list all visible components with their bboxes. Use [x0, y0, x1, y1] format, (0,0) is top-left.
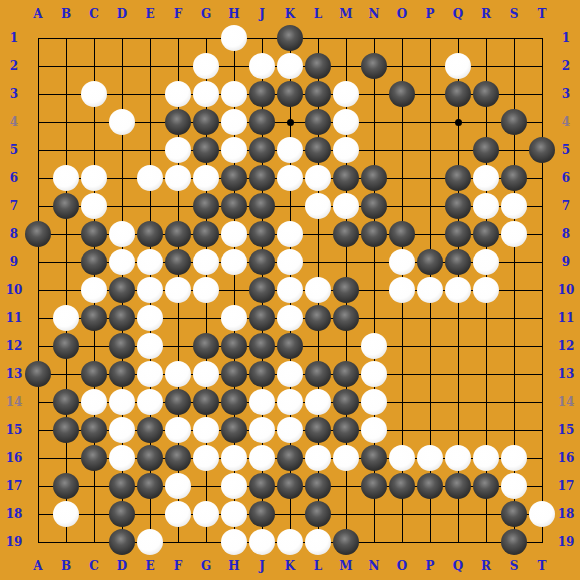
intersection-S19[interactable]: [500, 528, 528, 556]
intersection-O3[interactable]: [388, 80, 416, 108]
intersection-D12[interactable]: [108, 332, 136, 360]
intersection-R9[interactable]: [472, 248, 500, 276]
intersection-B3[interactable]: [52, 80, 80, 108]
intersection-E15[interactable]: [136, 416, 164, 444]
intersection-G4[interactable]: [192, 108, 220, 136]
intersection-Q1[interactable]: [444, 24, 472, 52]
intersection-K18[interactable]: [276, 500, 304, 528]
intersection-A4[interactable]: [24, 108, 52, 136]
intersection-L16[interactable]: [304, 444, 332, 472]
intersection-R7[interactable]: [472, 192, 500, 220]
intersection-P2[interactable]: [416, 52, 444, 80]
intersection-H3[interactable]: [220, 80, 248, 108]
intersection-K2[interactable]: [276, 52, 304, 80]
intersection-Q8[interactable]: [444, 220, 472, 248]
intersection-C10[interactable]: [80, 276, 108, 304]
intersection-R17[interactable]: [472, 472, 500, 500]
intersection-S7[interactable]: [500, 192, 528, 220]
intersection-B14[interactable]: [52, 388, 80, 416]
intersection-M18[interactable]: [332, 500, 360, 528]
intersection-C17[interactable]: [80, 472, 108, 500]
intersection-E14[interactable]: [136, 388, 164, 416]
intersection-N7[interactable]: [360, 192, 388, 220]
intersection-S12[interactable]: [500, 332, 528, 360]
intersection-L6[interactable]: [304, 164, 332, 192]
intersection-O13[interactable]: [388, 360, 416, 388]
intersection-R3[interactable]: [472, 80, 500, 108]
intersection-L7[interactable]: [304, 192, 332, 220]
intersection-G16[interactable]: [192, 444, 220, 472]
intersection-R11[interactable]: [472, 304, 500, 332]
intersection-H2[interactable]: [220, 52, 248, 80]
intersection-M19[interactable]: [332, 528, 360, 556]
intersection-S3[interactable]: [500, 80, 528, 108]
intersection-Q17[interactable]: [444, 472, 472, 500]
intersection-J7[interactable]: [248, 192, 276, 220]
intersection-A14[interactable]: [24, 388, 52, 416]
intersection-C16[interactable]: [80, 444, 108, 472]
intersection-C9[interactable]: [80, 248, 108, 276]
intersection-M6[interactable]: [332, 164, 360, 192]
intersection-E5[interactable]: [136, 136, 164, 164]
intersection-T13[interactable]: [528, 360, 556, 388]
intersection-F4[interactable]: [164, 108, 192, 136]
intersection-P8[interactable]: [416, 220, 444, 248]
intersection-G8[interactable]: [192, 220, 220, 248]
intersection-Q5[interactable]: [444, 136, 472, 164]
intersection-N9[interactable]: [360, 248, 388, 276]
intersection-F6[interactable]: [164, 164, 192, 192]
intersection-B16[interactable]: [52, 444, 80, 472]
intersection-H9[interactable]: [220, 248, 248, 276]
intersection-M3[interactable]: [332, 80, 360, 108]
intersection-B1[interactable]: [52, 24, 80, 52]
intersection-G13[interactable]: [192, 360, 220, 388]
intersection-A6[interactable]: [24, 164, 52, 192]
intersection-L8[interactable]: [304, 220, 332, 248]
intersection-R1[interactable]: [472, 24, 500, 52]
intersection-T17[interactable]: [528, 472, 556, 500]
intersection-R2[interactable]: [472, 52, 500, 80]
intersection-D13[interactable]: [108, 360, 136, 388]
intersection-T14[interactable]: [528, 388, 556, 416]
intersection-C12[interactable]: [80, 332, 108, 360]
intersection-Q11[interactable]: [444, 304, 472, 332]
intersection-H8[interactable]: [220, 220, 248, 248]
intersection-C6[interactable]: [80, 164, 108, 192]
intersection-G9[interactable]: [192, 248, 220, 276]
intersection-D3[interactable]: [108, 80, 136, 108]
intersection-K15[interactable]: [276, 416, 304, 444]
intersection-B5[interactable]: [52, 136, 80, 164]
intersection-B18[interactable]: [52, 500, 80, 528]
intersection-F1[interactable]: [164, 24, 192, 52]
intersection-T18[interactable]: [528, 500, 556, 528]
intersection-T19[interactable]: [528, 528, 556, 556]
intersection-G15[interactable]: [192, 416, 220, 444]
intersection-B12[interactable]: [52, 332, 80, 360]
intersection-M12[interactable]: [332, 332, 360, 360]
intersection-G7[interactable]: [192, 192, 220, 220]
intersection-R18[interactable]: [472, 500, 500, 528]
intersection-P1[interactable]: [416, 24, 444, 52]
intersection-A1[interactable]: [24, 24, 52, 52]
intersection-J17[interactable]: [248, 472, 276, 500]
intersection-P19[interactable]: [416, 528, 444, 556]
intersection-T4[interactable]: [528, 108, 556, 136]
intersection-F11[interactable]: [164, 304, 192, 332]
intersection-F10[interactable]: [164, 276, 192, 304]
intersection-P15[interactable]: [416, 416, 444, 444]
intersection-L19[interactable]: [304, 528, 332, 556]
intersection-F8[interactable]: [164, 220, 192, 248]
intersection-L17[interactable]: [304, 472, 332, 500]
intersection-T3[interactable]: [528, 80, 556, 108]
intersection-J4[interactable]: [248, 108, 276, 136]
intersection-A10[interactable]: [24, 276, 52, 304]
intersection-H10[interactable]: [220, 276, 248, 304]
intersection-A17[interactable]: [24, 472, 52, 500]
intersection-A7[interactable]: [24, 192, 52, 220]
intersection-K8[interactable]: [276, 220, 304, 248]
intersection-K14[interactable]: [276, 388, 304, 416]
intersection-K5[interactable]: [276, 136, 304, 164]
intersection-F15[interactable]: [164, 416, 192, 444]
intersection-A8[interactable]: [24, 220, 52, 248]
intersection-N3[interactable]: [360, 80, 388, 108]
intersection-O12[interactable]: [388, 332, 416, 360]
intersection-Q3[interactable]: [444, 80, 472, 108]
intersection-G5[interactable]: [192, 136, 220, 164]
intersection-A5[interactable]: [24, 136, 52, 164]
intersection-M16[interactable]: [332, 444, 360, 472]
intersection-F17[interactable]: [164, 472, 192, 500]
intersection-P18[interactable]: [416, 500, 444, 528]
intersection-N8[interactable]: [360, 220, 388, 248]
intersection-B9[interactable]: [52, 248, 80, 276]
intersection-B19[interactable]: [52, 528, 80, 556]
intersection-K12[interactable]: [276, 332, 304, 360]
intersection-F16[interactable]: [164, 444, 192, 472]
intersection-Q16[interactable]: [444, 444, 472, 472]
intersection-O9[interactable]: [388, 248, 416, 276]
intersection-H13[interactable]: [220, 360, 248, 388]
intersection-D2[interactable]: [108, 52, 136, 80]
intersection-N10[interactable]: [360, 276, 388, 304]
intersection-J14[interactable]: [248, 388, 276, 416]
intersection-S11[interactable]: [500, 304, 528, 332]
intersection-B13[interactable]: [52, 360, 80, 388]
intersection-N18[interactable]: [360, 500, 388, 528]
intersection-H6[interactable]: [220, 164, 248, 192]
intersection-P5[interactable]: [416, 136, 444, 164]
intersection-F7[interactable]: [164, 192, 192, 220]
intersection-O7[interactable]: [388, 192, 416, 220]
intersection-S4[interactable]: [500, 108, 528, 136]
intersection-A18[interactable]: [24, 500, 52, 528]
intersection-P9[interactable]: [416, 248, 444, 276]
intersection-K10[interactable]: [276, 276, 304, 304]
intersection-O18[interactable]: [388, 500, 416, 528]
intersection-O6[interactable]: [388, 164, 416, 192]
intersection-D11[interactable]: [108, 304, 136, 332]
intersection-D4[interactable]: [108, 108, 136, 136]
intersection-A16[interactable]: [24, 444, 52, 472]
intersection-J3[interactable]: [248, 80, 276, 108]
intersection-L12[interactable]: [304, 332, 332, 360]
intersection-H15[interactable]: [220, 416, 248, 444]
intersection-O19[interactable]: [388, 528, 416, 556]
intersection-E8[interactable]: [136, 220, 164, 248]
intersection-G11[interactable]: [192, 304, 220, 332]
intersection-L11[interactable]: [304, 304, 332, 332]
intersection-F13[interactable]: [164, 360, 192, 388]
intersection-R14[interactable]: [472, 388, 500, 416]
intersection-B4[interactable]: [52, 108, 80, 136]
intersection-D18[interactable]: [108, 500, 136, 528]
intersection-R6[interactable]: [472, 164, 500, 192]
intersection-G17[interactable]: [192, 472, 220, 500]
intersection-B17[interactable]: [52, 472, 80, 500]
intersection-T6[interactable]: [528, 164, 556, 192]
intersection-S5[interactable]: [500, 136, 528, 164]
intersection-A12[interactable]: [24, 332, 52, 360]
intersection-F3[interactable]: [164, 80, 192, 108]
intersection-E1[interactable]: [136, 24, 164, 52]
intersection-J1[interactable]: [248, 24, 276, 52]
intersection-M13[interactable]: [332, 360, 360, 388]
intersection-K11[interactable]: [276, 304, 304, 332]
intersection-R12[interactable]: [472, 332, 500, 360]
intersection-F2[interactable]: [164, 52, 192, 80]
intersection-C4[interactable]: [80, 108, 108, 136]
intersection-O1[interactable]: [388, 24, 416, 52]
intersection-J9[interactable]: [248, 248, 276, 276]
intersection-D6[interactable]: [108, 164, 136, 192]
intersection-T16[interactable]: [528, 444, 556, 472]
intersection-M1[interactable]: [332, 24, 360, 52]
intersection-O17[interactable]: [388, 472, 416, 500]
intersection-E3[interactable]: [136, 80, 164, 108]
intersection-S1[interactable]: [500, 24, 528, 52]
intersection-G10[interactable]: [192, 276, 220, 304]
intersection-E12[interactable]: [136, 332, 164, 360]
intersection-G18[interactable]: [192, 500, 220, 528]
intersection-J8[interactable]: [248, 220, 276, 248]
intersection-T8[interactable]: [528, 220, 556, 248]
intersection-C1[interactable]: [80, 24, 108, 52]
intersection-N11[interactable]: [360, 304, 388, 332]
intersection-K19[interactable]: [276, 528, 304, 556]
intersection-M7[interactable]: [332, 192, 360, 220]
intersection-N15[interactable]: [360, 416, 388, 444]
intersection-D9[interactable]: [108, 248, 136, 276]
intersection-C18[interactable]: [80, 500, 108, 528]
intersection-Q6[interactable]: [444, 164, 472, 192]
intersection-R10[interactable]: [472, 276, 500, 304]
intersection-J16[interactable]: [248, 444, 276, 472]
intersection-O14[interactable]: [388, 388, 416, 416]
intersection-J10[interactable]: [248, 276, 276, 304]
intersection-E18[interactable]: [136, 500, 164, 528]
intersection-J11[interactable]: [248, 304, 276, 332]
intersection-R13[interactable]: [472, 360, 500, 388]
intersection-R15[interactable]: [472, 416, 500, 444]
intersection-D8[interactable]: [108, 220, 136, 248]
intersection-N12[interactable]: [360, 332, 388, 360]
intersection-C5[interactable]: [80, 136, 108, 164]
intersection-P3[interactable]: [416, 80, 444, 108]
intersection-K9[interactable]: [276, 248, 304, 276]
intersection-H11[interactable]: [220, 304, 248, 332]
intersection-R8[interactable]: [472, 220, 500, 248]
intersection-L9[interactable]: [304, 248, 332, 276]
intersection-E17[interactable]: [136, 472, 164, 500]
intersection-E16[interactable]: [136, 444, 164, 472]
intersection-H12[interactable]: [220, 332, 248, 360]
intersection-P7[interactable]: [416, 192, 444, 220]
intersection-A15[interactable]: [24, 416, 52, 444]
intersection-B8[interactable]: [52, 220, 80, 248]
intersection-C3[interactable]: [80, 80, 108, 108]
intersection-A9[interactable]: [24, 248, 52, 276]
intersection-B11[interactable]: [52, 304, 80, 332]
intersection-S13[interactable]: [500, 360, 528, 388]
intersection-E19[interactable]: [136, 528, 164, 556]
intersection-G2[interactable]: [192, 52, 220, 80]
intersection-D10[interactable]: [108, 276, 136, 304]
intersection-M17[interactable]: [332, 472, 360, 500]
intersection-H4[interactable]: [220, 108, 248, 136]
intersection-Q10[interactable]: [444, 276, 472, 304]
intersection-K6[interactable]: [276, 164, 304, 192]
intersection-H19[interactable]: [220, 528, 248, 556]
intersection-N14[interactable]: [360, 388, 388, 416]
intersection-M15[interactable]: [332, 416, 360, 444]
intersection-Q18[interactable]: [444, 500, 472, 528]
intersection-S9[interactable]: [500, 248, 528, 276]
intersection-A3[interactable]: [24, 80, 52, 108]
intersection-S8[interactable]: [500, 220, 528, 248]
intersection-H5[interactable]: [220, 136, 248, 164]
intersection-R19[interactable]: [472, 528, 500, 556]
intersection-L2[interactable]: [304, 52, 332, 80]
intersection-C2[interactable]: [80, 52, 108, 80]
intersection-M11[interactable]: [332, 304, 360, 332]
intersection-G3[interactable]: [192, 80, 220, 108]
intersection-F14[interactable]: [164, 388, 192, 416]
intersection-H1[interactable]: [220, 24, 248, 52]
intersection-Q19[interactable]: [444, 528, 472, 556]
intersection-K1[interactable]: [276, 24, 304, 52]
intersection-P14[interactable]: [416, 388, 444, 416]
intersection-J18[interactable]: [248, 500, 276, 528]
intersection-O11[interactable]: [388, 304, 416, 332]
intersection-Q13[interactable]: [444, 360, 472, 388]
intersection-C19[interactable]: [80, 528, 108, 556]
intersection-D15[interactable]: [108, 416, 136, 444]
intersection-A11[interactable]: [24, 304, 52, 332]
intersection-S17[interactable]: [500, 472, 528, 500]
intersection-P4[interactable]: [416, 108, 444, 136]
intersection-H14[interactable]: [220, 388, 248, 416]
intersection-L15[interactable]: [304, 416, 332, 444]
intersection-P6[interactable]: [416, 164, 444, 192]
intersection-O10[interactable]: [388, 276, 416, 304]
intersection-J5[interactable]: [248, 136, 276, 164]
intersection-K13[interactable]: [276, 360, 304, 388]
intersection-C14[interactable]: [80, 388, 108, 416]
intersection-T10[interactable]: [528, 276, 556, 304]
intersection-O4[interactable]: [388, 108, 416, 136]
intersection-E4[interactable]: [136, 108, 164, 136]
intersection-J19[interactable]: [248, 528, 276, 556]
intersection-N5[interactable]: [360, 136, 388, 164]
intersection-T5[interactable]: [528, 136, 556, 164]
intersection-R16[interactable]: [472, 444, 500, 472]
intersection-H7[interactable]: [220, 192, 248, 220]
intersection-M4[interactable]: [332, 108, 360, 136]
intersection-Q9[interactable]: [444, 248, 472, 276]
intersection-E2[interactable]: [136, 52, 164, 80]
intersection-E9[interactable]: [136, 248, 164, 276]
intersection-J2[interactable]: [248, 52, 276, 80]
intersection-A13[interactable]: [24, 360, 52, 388]
intersection-L13[interactable]: [304, 360, 332, 388]
intersection-O8[interactable]: [388, 220, 416, 248]
intersection-T2[interactable]: [528, 52, 556, 80]
intersection-N13[interactable]: [360, 360, 388, 388]
intersection-G19[interactable]: [192, 528, 220, 556]
intersection-K3[interactable]: [276, 80, 304, 108]
intersection-B7[interactable]: [52, 192, 80, 220]
intersection-T11[interactable]: [528, 304, 556, 332]
intersection-Q4[interactable]: [444, 108, 472, 136]
intersection-G14[interactable]: [192, 388, 220, 416]
intersection-S10[interactable]: [500, 276, 528, 304]
intersection-O15[interactable]: [388, 416, 416, 444]
intersection-G1[interactable]: [192, 24, 220, 52]
intersection-N6[interactable]: [360, 164, 388, 192]
intersection-F18[interactable]: [164, 500, 192, 528]
intersection-M5[interactable]: [332, 136, 360, 164]
intersection-S14[interactable]: [500, 388, 528, 416]
intersection-F5[interactable]: [164, 136, 192, 164]
intersection-R4[interactable]: [472, 108, 500, 136]
intersection-M10[interactable]: [332, 276, 360, 304]
intersection-R5[interactable]: [472, 136, 500, 164]
intersection-P17[interactable]: [416, 472, 444, 500]
intersection-A19[interactable]: [24, 528, 52, 556]
intersection-H16[interactable]: [220, 444, 248, 472]
intersection-N2[interactable]: [360, 52, 388, 80]
intersection-T9[interactable]: [528, 248, 556, 276]
intersection-P12[interactable]: [416, 332, 444, 360]
intersection-S18[interactable]: [500, 500, 528, 528]
intersection-Q12[interactable]: [444, 332, 472, 360]
intersection-H18[interactable]: [220, 500, 248, 528]
intersection-B2[interactable]: [52, 52, 80, 80]
intersection-P11[interactable]: [416, 304, 444, 332]
intersection-O2[interactable]: [388, 52, 416, 80]
intersection-K7[interactable]: [276, 192, 304, 220]
intersection-D7[interactable]: [108, 192, 136, 220]
intersection-L14[interactable]: [304, 388, 332, 416]
intersection-D19[interactable]: [108, 528, 136, 556]
intersection-M8[interactable]: [332, 220, 360, 248]
intersection-D14[interactable]: [108, 388, 136, 416]
intersection-S15[interactable]: [500, 416, 528, 444]
